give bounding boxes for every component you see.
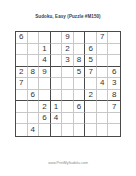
cell-r2c4 [51,44,63,56]
cell-r8c2 [28,113,40,125]
cell-r7c6: 6 [74,101,86,113]
cell-r7c2 [28,101,40,113]
cell-r9c5 [62,124,74,136]
cell-r3c9 [108,55,120,67]
page-title: Sudoku, Easy (Puzzle #M150) [0,14,136,19]
cell-r4c8 [97,67,109,79]
cell-r9c4 [51,124,63,136]
cell-r5c6 [74,78,86,90]
cell-r9c1 [16,124,28,136]
cell-r8c3: 6 [39,113,51,125]
cell-r7c3: 2 [39,101,51,113]
cell-r6c3 [39,90,51,102]
cell-r3c6: 8 [74,55,86,67]
cell-r9c7 [85,124,97,136]
cell-r3c2 [28,55,40,67]
cell-r4c7: 7 [85,67,97,79]
sudoku-sheet: Sudoku, Easy (Puzzle #M150) 697126438528… [0,0,136,176]
cell-r9c2: 4 [28,124,40,136]
cell-r8c4: 4 [51,113,63,125]
cell-r6c2: 6 [28,90,40,102]
cell-r5c4 [51,78,63,90]
cell-r2c1 [16,44,28,56]
cell-r3c4 [51,55,63,67]
cell-r6c4 [51,90,63,102]
cell-r1c7 [85,32,97,44]
cell-r4c6: 5 [74,67,86,79]
cell-r3c1 [16,55,28,67]
cell-r9c9 [108,124,120,136]
cell-r4c3: 9 [39,67,51,79]
cell-r1c4 [51,32,63,44]
cell-r7c9: 7 [108,101,120,113]
sudoku-board: 69712643852895767436282167644 [15,31,121,137]
cell-r2c6 [74,44,86,56]
cell-r6c8 [97,90,109,102]
cell-r2c3: 1 [39,44,51,56]
cell-r2c7: 6 [85,44,97,56]
cell-r5c1: 7 [16,78,28,90]
cell-r4c5 [62,67,74,79]
cell-r6c6 [74,90,86,102]
cell-r1c1: 6 [16,32,28,44]
cell-r8c7 [85,113,97,125]
cell-r8c6 [74,113,86,125]
cell-r1c8: 7 [97,32,109,44]
cell-r9c6 [74,124,86,136]
cell-r9c3 [39,124,51,136]
cell-r6c9: 8 [108,90,120,102]
cell-r7c4: 1 [51,101,63,113]
cell-r4c4 [51,67,63,79]
cell-r5c2 [28,78,40,90]
cell-r5c8: 4 [97,78,109,90]
cell-r1c5: 9 [62,32,74,44]
cell-r5c5 [62,78,74,90]
cell-r4c2: 8 [28,67,40,79]
cell-r2c5: 2 [62,44,74,56]
cell-r7c8 [97,101,109,113]
cell-r8c8 [97,113,109,125]
cell-r3c3: 4 [39,55,51,67]
cell-r9c8 [97,124,109,136]
cell-r6c5 [62,90,74,102]
cell-r5c3 [39,78,51,90]
cell-r1c2 [28,32,40,44]
cell-r6c1 [16,90,28,102]
cell-r6c7: 2 [85,90,97,102]
cell-r7c7 [85,101,97,113]
cell-r2c9 [108,44,120,56]
cell-r2c8 [97,44,109,56]
cell-r3c8 [97,55,109,67]
cell-r5c7 [85,78,97,90]
cell-r7c1 [16,101,28,113]
cell-r1c6 [74,32,86,44]
cell-r3c5: 3 [62,55,74,67]
cell-r8c1 [16,113,28,125]
cell-r8c9 [108,113,120,125]
cell-r3c7: 5 [85,55,97,67]
cell-r2c2 [28,44,40,56]
cell-r4c1: 2 [16,67,28,79]
cell-r1c3 [39,32,51,44]
cell-r4c9: 6 [108,67,120,79]
cell-r1c9 [108,32,120,44]
cell-r5c9: 3 [108,78,120,90]
cell-r7c5 [62,101,74,113]
footer-credit: www.PrintMySudoku.com [0,161,136,165]
cell-r8c5 [62,113,74,125]
